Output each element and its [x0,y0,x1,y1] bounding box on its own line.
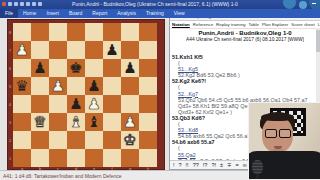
square-g8[interactable] [121,23,139,41]
square-g3[interactable]: ♟ [121,113,139,131]
square-c1[interactable] [49,149,67,167]
rank-label: 5 [8,79,13,93]
square-c3[interactable] [49,113,67,131]
move-text[interactable]: ( [178,60,180,66]
window-title: Punin,Andrii - Budnikov,Oleg (Ukraine Ch… [30,0,280,9]
square-d1[interactable] [67,149,85,167]
menu-item-report[interactable]: Report [87,9,112,18]
menu-item-file[interactable]: File [0,9,18,18]
square-f7[interactable]: ♟ [103,41,121,59]
rank-label: 6 [8,61,13,75]
square-d2[interactable] [67,131,85,149]
black-pawn[interactable]: ♟ [121,59,139,77]
square-d8[interactable] [67,23,85,41]
square-a2[interactable] [13,131,31,149]
white-pawn[interactable]: ♟ [49,77,67,95]
app-icon[interactable] [2,2,6,6]
rank-label: 8 [8,25,13,39]
square-f3[interactable] [103,113,121,131]
square-f1[interactable] [103,149,121,167]
menu-item-training[interactable]: Training [141,9,169,18]
square-a5[interactable]: ♛ [13,77,31,95]
square-e8[interactable] [85,23,103,41]
game-header: Punin,Andrii - Budnikov,Oleg 1-0 A44 Ukr… [170,30,320,43]
square-e4[interactable]: ♟ [85,95,103,113]
menu-item-home[interactable]: Home [18,9,41,18]
square-h7[interactable] [139,41,157,59]
move-text[interactable]: 51.Kxh1 Kf5 [172,54,203,60]
square-g5[interactable] [121,77,139,95]
square-e5[interactable]: ♟ [85,77,103,95]
square-g6[interactable]: ♟ [121,59,139,77]
black-bishop[interactable]: ♝ [85,113,103,131]
annotation-symbol-button[interactable]: ! [173,162,175,168]
square-f6[interactable] [103,59,121,77]
square-a1[interactable] [13,149,31,167]
black-queen[interactable]: ♛ [13,77,31,95]
square-d7[interactable] [67,41,85,59]
annotation-symbol-button[interactable]: ?? [193,162,199,168]
square-g7[interactable] [121,41,139,59]
presenter-hair-fringe [261,113,294,121]
undo-icon[interactable] [20,2,24,6]
square-b1[interactable] [31,149,49,167]
square-b7[interactable] [31,41,49,59]
annotation-symbol-button[interactable]: !! [186,162,189,168]
square-b2[interactable] [31,131,49,149]
tab-plan-explorer[interactable]: Plan Explorer [262,22,288,27]
glasses-icon [265,129,291,138]
square-g1[interactable] [121,149,139,167]
square-c5[interactable]: ♟ [49,77,67,95]
black-pawn[interactable]: ♟ [85,77,103,95]
black-pawn[interactable]: ♟ [31,59,49,77]
annotation-symbol-button[interactable]: !? [203,162,208,168]
square-h5[interactable] [139,77,157,95]
square-a7[interactable]: ♟ [13,41,31,59]
square-a3[interactable] [13,113,31,131]
tab-reference[interactable]: Reference [193,22,213,27]
white-pawn[interactable]: ♟ [13,41,31,59]
square-f2[interactable] [103,131,121,149]
square-h3[interactable] [139,113,157,131]
open-icon[interactable] [8,2,12,6]
square-c7[interactable] [49,41,67,59]
square-g2[interactable]: ♚ [121,131,139,149]
white-pawn[interactable]: ♟ [85,95,103,113]
square-a6[interactable] [13,59,31,77]
event-line: A44 Ukraine Ch semi-final 2017 (6) 08.10… [170,37,320,43]
square-f4[interactable] [103,95,121,113]
move-text[interactable]: 53.Qb3 Kd6? [172,115,205,121]
annotation-symbol-button[interactable]: = [236,162,239,168]
rank-label: 7 [8,43,13,57]
variation-line[interactable]: ( 51...Kg5 52.Kg2 Bd6 53.Qe2 Bb6 ) [170,60,316,78]
white-bishop[interactable]: ♝ [67,113,85,131]
square-f5[interactable] [103,77,121,95]
black-king[interactable]: ♚ [67,59,85,77]
title-bar: Punin,Andrii - Budnikov,Oleg (Ukraine Ch… [0,0,320,9]
chessbase-window: Punin,Andrii - Budnikov,Oleg (Ukraine Ch… [0,0,320,180]
rank-label: 3 [8,115,13,129]
square-h8[interactable] [139,23,157,41]
square-b4[interactable] [31,95,49,113]
tab-table[interactable]: Table [248,22,259,27]
scrollbar-thumb[interactable] [316,30,320,52]
tab-replay-training[interactable]: Replay training [216,22,245,27]
rank-label: 4 [8,97,13,111]
menu-item-insert[interactable]: Insert [41,9,64,18]
players-result: Punin,Andrii - Budnikov,Oleg 1-0 [170,30,320,37]
rank-label: 2 [8,133,13,147]
logo-circle-icon [299,1,307,9]
square-b8[interactable] [31,23,49,41]
square-c4[interactable] [49,95,67,113]
move-text[interactable]: 52.Kg2 Bd6 53.Qe2 Bb6 ) [178,72,240,78]
square-c6[interactable] [49,59,67,77]
square-e1[interactable] [85,149,103,167]
panel-tabs: NotationReferenceReplay trainingTablePla… [170,21,320,29]
move-text[interactable]: 52.Kg2 Ke6?! [172,78,206,84]
square-b3[interactable]: ♛ [31,113,49,131]
white-queen[interactable]: ♛ [31,113,49,131]
white-pawn[interactable]: ♟ [121,113,139,131]
annotation-symbol-button[interactable]: ?! [211,162,216,168]
square-a8[interactable] [13,23,31,41]
square-c8[interactable] [49,23,67,41]
move-text[interactable]: ( [178,121,180,127]
square-c2[interactable] [49,131,67,149]
board-grid: ♟♟♟♚♟♛♟♟♟♟♛♝♝♟♚ [13,23,157,167]
ribbon-menu: FileHomeInsertBoardReportAnalysisTrainin… [0,9,320,18]
move-text[interactable]: ( [178,145,180,151]
menu-item-analysis[interactable]: Analysis [112,9,141,18]
square-e7[interactable] [85,41,103,59]
square-h4[interactable] [139,95,157,113]
webcam-overlay [248,102,320,179]
square-d5[interactable] [67,77,85,95]
annotation-symbol-button[interactable]: ? [179,162,182,168]
move-text[interactable]: ( [178,84,180,90]
square-h1[interactable] [139,149,157,167]
square-b6[interactable]: ♟ [31,59,49,77]
white-king[interactable]: ♚ [121,131,139,149]
logo-circle-icon [283,0,296,9]
square-b5[interactable] [31,77,49,95]
square-f8[interactable] [103,23,121,41]
tab-score-sheet[interactable]: Score sheet [291,22,314,27]
annotation-symbol-button[interactable]: ∓ [227,162,232,168]
menu-item-board[interactable]: Board [64,9,87,18]
move-text[interactable]: 54.b6 axb6 55.a7 [172,139,215,145]
square-d3[interactable]: ♝ [67,113,85,131]
square-d6[interactable]: ♚ [67,59,85,77]
annotation-symbol-button[interactable]: ∞ [243,162,247,168]
black-pawn[interactable]: ♟ [67,95,85,113]
square-d4[interactable]: ♟ [67,95,85,113]
tab-notation[interactable]: Notation [172,22,190,27]
annotation-symbol-button[interactable]: ± [220,162,223,168]
square-g4[interactable] [121,95,139,113]
opening-classification: A41: 1 d4 d6: Tartakower/Indian and Mode… [3,173,122,179]
save-icon[interactable] [14,2,18,6]
square-a4[interactable] [13,95,31,113]
rank-label: 1 [8,151,13,165]
square-e2[interactable] [85,131,103,149]
square-e6[interactable] [85,59,103,77]
chess-board: 87654321 abcdefgh ♟♟♟♚♟♛♟♟♟♟♛♝♝♟♚ [7,19,165,170]
square-h6[interactable] [139,59,157,77]
minimize-icon[interactable] [312,3,316,4]
black-pawn[interactable]: ♟ [103,41,121,59]
square-e3[interactable]: ♝ [85,113,103,131]
menu-item-view[interactable]: View [169,9,190,18]
microphone-icon [252,160,263,174]
square-h2[interactable] [139,131,157,149]
